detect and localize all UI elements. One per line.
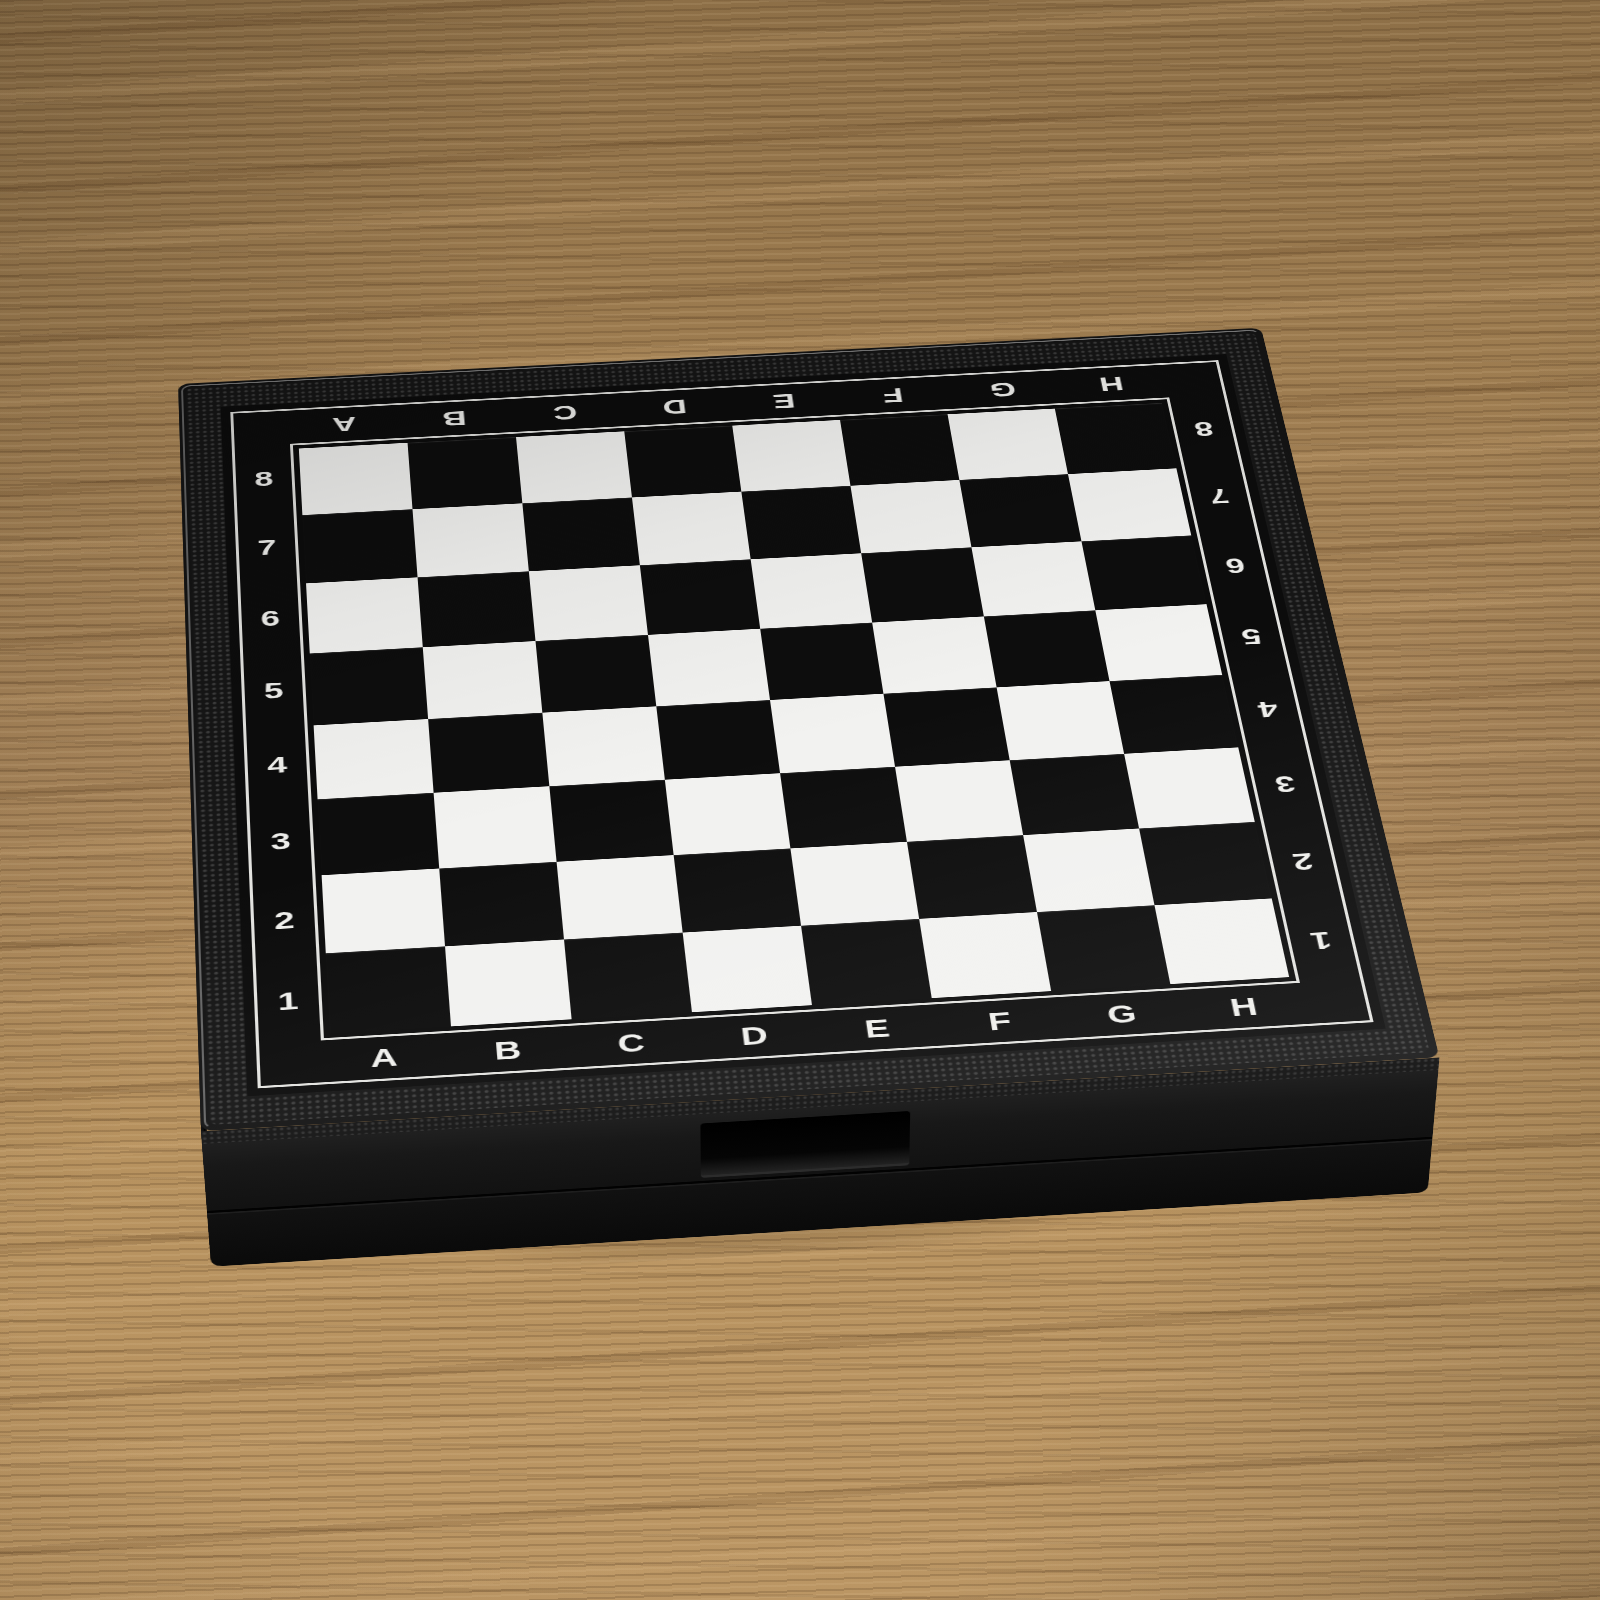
- file-labels-near: ABCDEFGH: [321, 983, 1309, 1082]
- square-g7[interactable]: [959, 474, 1081, 547]
- square-g3[interactable]: [1010, 754, 1139, 835]
- square-h8[interactable]: [1055, 403, 1177, 474]
- square-g6[interactable]: [971, 541, 1095, 616]
- square-f6[interactable]: [861, 547, 984, 622]
- square-c5[interactable]: [536, 635, 657, 713]
- square-e5[interactable]: [760, 623, 883, 700]
- square-e1[interactable]: [801, 919, 932, 1005]
- rim-beaded-band: ABCDEFGH ABCDEFGH 87654321 87654321: [186, 332, 1430, 1124]
- rank-label-left-4: 4: [246, 726, 308, 805]
- square-d1[interactable]: [683, 926, 812, 1013]
- square-b2[interactable]: [439, 862, 564, 947]
- file-label-near-e: E: [813, 1004, 942, 1053]
- square-d4[interactable]: [656, 700, 780, 780]
- rank-label-right-2: 2: [1265, 821, 1342, 903]
- square-e7[interactable]: [741, 486, 861, 560]
- square-c6[interactable]: [529, 565, 648, 641]
- square-b4[interactable]: [428, 713, 549, 793]
- square-g5[interactable]: [984, 610, 1110, 687]
- file-label-near-f: F: [935, 997, 1064, 1045]
- square-a8[interactable]: [299, 443, 413, 515]
- square-f5[interactable]: [872, 616, 996, 693]
- square-f1[interactable]: [919, 912, 1051, 998]
- square-a1[interactable]: [326, 946, 451, 1033]
- chess-box: ABCDEFGH ABCDEFGH 87654321 87654321: [178, 328, 1439, 1132]
- square-c4[interactable]: [542, 706, 665, 786]
- square-f7[interactable]: [850, 480, 971, 553]
- square-d8[interactable]: [624, 426, 741, 498]
- square-b6[interactable]: [418, 571, 536, 647]
- square-f2[interactable]: [907, 835, 1037, 919]
- square-a5[interactable]: [310, 647, 428, 725]
- file-label-near-c: C: [567, 1019, 695, 1068]
- square-e2[interactable]: [790, 842, 919, 926]
- rank-label-left-8: 8: [235, 444, 294, 515]
- front-opening-notch[interactable]: [700, 1111, 910, 1178]
- chessboard-grid: [293, 399, 1296, 1038]
- square-e4[interactable]: [770, 694, 895, 774]
- square-d3[interactable]: [665, 773, 791, 855]
- square-h6[interactable]: [1081, 535, 1206, 610]
- scene: ABCDEFGH ABCDEFGH 87654321 87654321: [0, 0, 1600, 1600]
- square-h5[interactable]: [1095, 604, 1222, 681]
- square-g2[interactable]: [1023, 828, 1154, 912]
- square-c1[interactable]: [564, 933, 692, 1020]
- square-f3[interactable]: [895, 760, 1023, 841]
- rank-label-left-1: 1: [256, 958, 321, 1044]
- square-h7[interactable]: [1068, 468, 1191, 541]
- square-b3[interactable]: [434, 786, 557, 868]
- square-g8[interactable]: [948, 409, 1068, 480]
- file-label-near-h: H: [1179, 983, 1309, 1031]
- square-d7[interactable]: [632, 492, 751, 566]
- inner-frame-line: [290, 397, 1300, 1040]
- square-e8[interactable]: [732, 420, 850, 492]
- square-e6[interactable]: [751, 553, 873, 628]
- rank-label-left-5: 5: [243, 653, 304, 730]
- file-label-near-a: A: [321, 1033, 448, 1082]
- square-c8[interactable]: [516, 431, 632, 503]
- square-h1[interactable]: [1154, 898, 1289, 984]
- square-f4[interactable]: [883, 687, 1009, 766]
- square-d6[interactable]: [640, 559, 760, 635]
- file-label-near-d: D: [690, 1012, 818, 1061]
- square-h2[interactable]: [1139, 822, 1272, 905]
- coordinate-band: ABCDEFGH ABCDEFGH 87654321 87654321: [233, 362, 1370, 1086]
- square-h3[interactable]: [1124, 747, 1255, 828]
- square-c3[interactable]: [549, 780, 673, 862]
- rank-label-right-1: 1: [1282, 899, 1360, 983]
- rank-label-right-3: 3: [1248, 745, 1324, 824]
- square-b5[interactable]: [423, 641, 543, 719]
- square-a4[interactable]: [314, 719, 434, 799]
- square-c2[interactable]: [557, 855, 683, 939]
- board-top-face: ABCDEFGH ABCDEFGH 87654321 87654321: [178, 328, 1439, 1132]
- file-label-near-g: G: [1057, 990, 1187, 1038]
- rank-label-right-4: 4: [1231, 671, 1305, 748]
- square-d5[interactable]: [648, 629, 770, 707]
- square-f8[interactable]: [840, 414, 959, 485]
- square-a7[interactable]: [302, 509, 417, 583]
- square-e3[interactable]: [780, 767, 907, 849]
- square-g1[interactable]: [1037, 905, 1170, 991]
- square-a6[interactable]: [306, 577, 423, 653]
- rank-label-left-6: 6: [240, 581, 301, 656]
- outer-pinstripe: ABCDEFGH ABCDEFGH 87654321 87654321: [230, 360, 1373, 1088]
- rim-black-gap: ABCDEFGH ABCDEFGH 87654321 87654321: [221, 354, 1386, 1096]
- rank-label-left-2: 2: [252, 879, 316, 962]
- square-a3[interactable]: [318, 793, 440, 875]
- square-g4[interactable]: [997, 681, 1124, 760]
- file-label-near-b: B: [444, 1026, 571, 1075]
- square-c7[interactable]: [522, 497, 640, 571]
- square-b8[interactable]: [408, 437, 523, 509]
- square-a2[interactable]: [322, 868, 445, 953]
- rank-label-left-7: 7: [237, 512, 297, 585]
- square-b7[interactable]: [412, 503, 528, 577]
- rank-label-left-3: 3: [249, 801, 312, 882]
- square-b1[interactable]: [445, 939, 572, 1026]
- square-d2[interactable]: [674, 848, 801, 932]
- square-h4[interactable]: [1110, 675, 1239, 754]
